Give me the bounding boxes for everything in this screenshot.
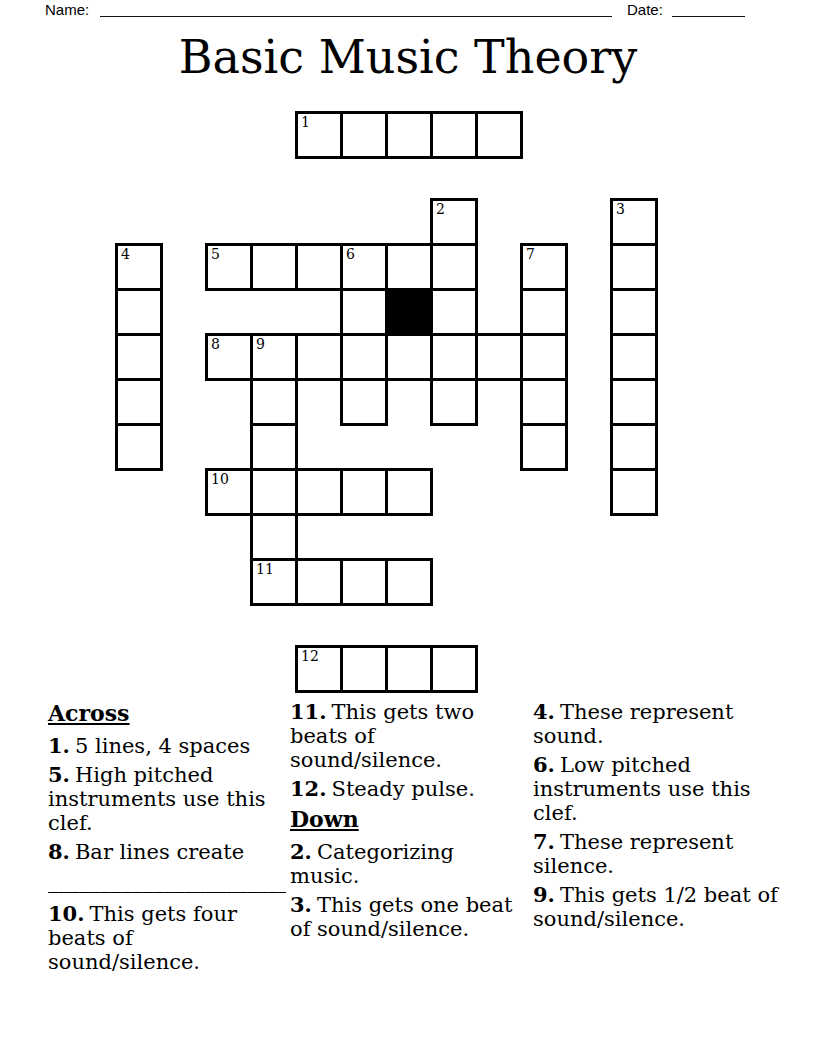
grid-cell[interactable] xyxy=(250,243,298,291)
clue-number: 12. xyxy=(290,776,327,801)
clue-down-3: 3.This gets one beat of sound/silence. xyxy=(290,893,528,941)
grid-cell[interactable]: 3 xyxy=(610,198,658,246)
grid-cell[interactable] xyxy=(340,378,388,426)
clue-text: High pitched instruments use this clef. xyxy=(48,763,266,835)
across-heading: Across xyxy=(48,700,286,726)
grid-cell[interactable] xyxy=(250,378,298,426)
clue-blank-line: __________________________ xyxy=(48,875,286,897)
clue-text: This gets one beat of sound/silence. xyxy=(290,893,513,941)
grid-cell[interactable]: 2 xyxy=(430,198,478,246)
cell-number: 6 xyxy=(346,246,355,262)
clue-text: Steady pulse. xyxy=(332,777,475,801)
grid-cell[interactable] xyxy=(115,333,163,381)
grid-cell[interactable] xyxy=(610,378,658,426)
cell-number: 2 xyxy=(436,201,445,217)
grid-cell[interactable]: 4 xyxy=(115,243,163,291)
cell-number: 11 xyxy=(256,561,274,577)
clues-column-2: 11.This gets two beats of sound/silence.… xyxy=(290,700,528,946)
grid-cell[interactable] xyxy=(430,333,478,381)
grid-cell[interactable]: 7 xyxy=(520,243,568,291)
grid-cell[interactable] xyxy=(115,423,163,471)
grid-cell[interactable] xyxy=(385,333,433,381)
grid-cell[interactable] xyxy=(295,558,343,606)
grid-cell[interactable] xyxy=(295,243,343,291)
worksheet-page: Name: Date: Basic Music Theory 123456789… xyxy=(0,0,816,1056)
grid-cell[interactable] xyxy=(115,378,163,426)
clue-text: This gets 1/2 beat of sound/silence. xyxy=(533,883,778,931)
clue-down-9: 9.This gets 1/2 beat of sound/silence. xyxy=(533,883,779,931)
grid-cell[interactable] xyxy=(520,423,568,471)
grid-cell[interactable] xyxy=(475,333,523,381)
cell-number: 8 xyxy=(211,336,220,352)
clue-number: 9. xyxy=(533,882,555,907)
grid-cell[interactable] xyxy=(250,468,298,516)
grid-cell[interactable] xyxy=(520,288,568,336)
grid-cell[interactable] xyxy=(385,243,433,291)
clue-number: 2. xyxy=(290,839,312,864)
grid-cell[interactable] xyxy=(610,243,658,291)
grid-cell[interactable]: 9 xyxy=(250,333,298,381)
clue-down-2: 2.Categorizing music. xyxy=(290,840,528,888)
grid-cell[interactable] xyxy=(385,645,433,693)
cell-number: 3 xyxy=(616,201,625,217)
clue-number: 11. xyxy=(290,699,327,724)
clue-down-7: 7.These represent silence. xyxy=(533,830,779,878)
grid-cell[interactable] xyxy=(250,423,298,471)
grid-cell[interactable] xyxy=(430,288,478,336)
grid-cell[interactable] xyxy=(340,645,388,693)
clue-across-11: 11.This gets two beats of sound/silence. xyxy=(290,700,528,772)
grid-cell[interactable] xyxy=(475,111,523,159)
clue-number: 5. xyxy=(48,762,70,787)
clue-across-8: 8.Bar lines create _____________________… xyxy=(48,840,286,897)
clue-across-12: 12.Steady pulse. xyxy=(290,777,528,801)
grid-cell[interactable] xyxy=(340,111,388,159)
clue-number: 1. xyxy=(48,733,70,758)
clue-text: Categorizing music. xyxy=(290,840,454,888)
grid-cell[interactable] xyxy=(115,288,163,336)
grid-cell[interactable] xyxy=(610,288,658,336)
cell-number: 7 xyxy=(526,246,535,262)
grid-cell[interactable]: 1 xyxy=(295,111,343,159)
grid-cell[interactable]: 12 xyxy=(295,645,343,693)
grid-cell[interactable] xyxy=(610,468,658,516)
black-cell xyxy=(385,288,433,336)
grid-cell[interactable] xyxy=(385,468,433,516)
grid-cell[interactable]: 6 xyxy=(340,243,388,291)
crossword-grid: 123456789101112 xyxy=(0,0,816,700)
clue-number: 10. xyxy=(48,901,85,926)
clue-number: 7. xyxy=(533,829,555,854)
grid-cell[interactable]: 11 xyxy=(250,558,298,606)
clue-across-5: 5.High pitched instruments use this clef… xyxy=(48,763,286,835)
clue-text: Low pitched instruments use this clef. xyxy=(533,753,751,825)
clue-across-10: 10.This gets four beats of sound/silence… xyxy=(48,902,286,974)
cell-number: 12 xyxy=(301,648,319,664)
grid-cell[interactable] xyxy=(520,378,568,426)
grid-cell[interactable] xyxy=(610,423,658,471)
grid-cell[interactable] xyxy=(295,468,343,516)
clue-text: These represent sound. xyxy=(533,700,733,748)
clue-text: 5 lines, 4 spaces xyxy=(75,734,250,758)
clue-across-1: 1.5 lines, 4 spaces xyxy=(48,734,286,758)
grid-cell[interactable] xyxy=(520,333,568,381)
cell-number: 5 xyxy=(211,246,220,262)
grid-cell[interactable] xyxy=(430,243,478,291)
grid-cell[interactable] xyxy=(430,378,478,426)
grid-cell[interactable] xyxy=(340,333,388,381)
cell-number: 1 xyxy=(301,114,310,130)
grid-cell[interactable]: 10 xyxy=(205,468,253,516)
grid-cell[interactable] xyxy=(385,111,433,159)
grid-cell[interactable] xyxy=(430,645,478,693)
grid-cell[interactable] xyxy=(610,333,658,381)
grid-cell[interactable] xyxy=(340,558,388,606)
clue-down-6: 6.Low pitched instruments use this clef. xyxy=(533,753,779,825)
grid-cell[interactable] xyxy=(430,111,478,159)
grid-cell[interactable] xyxy=(250,513,298,561)
down-heading: Down xyxy=(290,806,528,832)
clue-text: Bar lines create xyxy=(75,840,244,864)
grid-cell[interactable]: 5 xyxy=(205,243,253,291)
clue-text: These represent silence. xyxy=(533,830,733,878)
clue-number: 3. xyxy=(290,892,312,917)
clues-column-1: Across 1.5 lines, 4 spaces 5.High pitche… xyxy=(48,700,286,979)
grid-cell[interactable] xyxy=(385,558,433,606)
grid-cell[interactable] xyxy=(295,333,343,381)
grid-cell[interactable]: 8 xyxy=(205,333,253,381)
grid-cell[interactable] xyxy=(340,288,388,336)
cell-number: 4 xyxy=(121,246,130,262)
clue-number: 8. xyxy=(48,839,70,864)
grid-cell[interactable] xyxy=(340,468,388,516)
clues-column-3: 4.These represent sound. 6.Low pitched i… xyxy=(533,700,779,936)
clue-number: 4. xyxy=(533,699,555,724)
cell-number: 10 xyxy=(211,471,229,487)
clue-down-4: 4.These represent sound. xyxy=(533,700,779,748)
cell-number: 9 xyxy=(256,336,265,352)
clue-number: 6. xyxy=(533,752,555,777)
